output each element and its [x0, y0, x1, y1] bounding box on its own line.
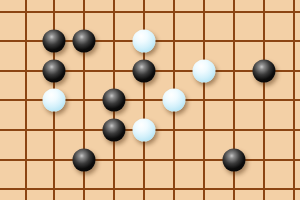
- white-stone-glyph: ○: [162, 89, 185, 112]
- white-stone[interactable]: ○: [42, 89, 65, 112]
- black-stone-glyph: ●: [72, 30, 95, 53]
- white-stone[interactable]: ○: [132, 30, 155, 53]
- black-stone[interactable]: ●: [222, 148, 245, 171]
- white-stone-glyph: ○: [132, 30, 155, 53]
- white-stone-glyph: ○: [132, 119, 155, 142]
- white-stone-glyph: ○: [42, 89, 65, 112]
- black-stone[interactable]: ●: [132, 59, 155, 82]
- black-stone-glyph: ●: [42, 59, 65, 82]
- white-stone[interactable]: ○: [162, 89, 185, 112]
- black-stone-glyph: ●: [42, 30, 65, 53]
- black-stone[interactable]: ●: [102, 89, 125, 112]
- white-stone[interactable]: ○: [132, 119, 155, 142]
- black-stone[interactable]: ●: [102, 119, 125, 142]
- black-stone-glyph: ●: [132, 59, 155, 82]
- white-stone-glyph: ○: [192, 59, 215, 82]
- black-stone-glyph: ●: [222, 148, 245, 171]
- grid-line-horizontal-5: [0, 159, 300, 161]
- black-stone[interactable]: ●: [42, 59, 65, 82]
- grid-line-horizontal-0: [0, 11, 300, 13]
- black-stone-glyph: ●: [102, 89, 125, 112]
- black-stone[interactable]: ●: [72, 148, 95, 171]
- black-stone[interactable]: ●: [42, 30, 65, 53]
- black-stone[interactable]: ●: [72, 30, 95, 53]
- black-stone[interactable]: ●: [252, 59, 275, 82]
- screenshot: ●●○●●○●○●○●○●●: [0, 0, 300, 200]
- grid-line-horizontal-6: [0, 188, 300, 190]
- black-stone-glyph: ●: [252, 59, 275, 82]
- game-board[interactable]: ●●○●●○●○●○●○●●: [0, 0, 300, 200]
- black-stone-glyph: ●: [72, 148, 95, 171]
- black-stone-glyph: ●: [102, 119, 125, 142]
- white-stone[interactable]: ○: [192, 59, 215, 82]
